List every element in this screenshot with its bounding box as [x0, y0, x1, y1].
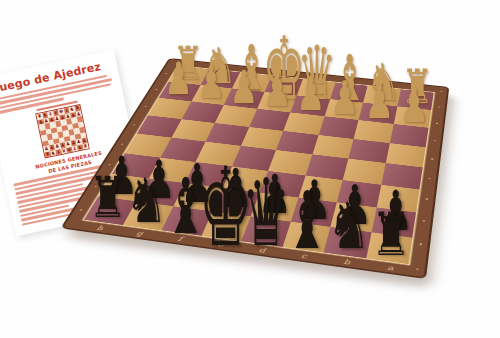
- nail-dot: [425, 198, 428, 200]
- piece-wP-a2[interactable]: ♟: [399, 82, 429, 129]
- diagram-square: ♜: [82, 143, 89, 150]
- piece-wP-c2[interactable]: ♟: [330, 75, 359, 121]
- leaflet-chess-diagram: ♜♞♝♛♚♝♞♜♟♟♟♟♟♟♟♟♟♟♟♟♟♟♟♟♜♞♝♛♚♝♞♜: [35, 104, 90, 159]
- piece-bB-c8[interactable]: ♝: [285, 183, 329, 262]
- piece-wP-e2[interactable]: ♟: [263, 68, 292, 114]
- nail-dot: [422, 220, 425, 222]
- piece-bN-g8[interactable]: ♞: [125, 170, 168, 232]
- piece-bR-a8[interactable]: ♜: [371, 205, 411, 264]
- nail-dot: [433, 140, 436, 142]
- nail-dot: [436, 123, 438, 124]
- piece-bN-b8[interactable]: ♞: [327, 196, 371, 260]
- nail-dot: [80, 209, 83, 211]
- piece-wP-b2[interactable]: ♟: [364, 78, 394, 125]
- nail-dot: [438, 106, 440, 107]
- piece-wP-g2[interactable]: ♟: [197, 61, 226, 106]
- piece-bQ-d8[interactable]: ♛: [242, 168, 291, 261]
- nail-dot: [440, 91, 442, 92]
- nail-dot: [419, 243, 422, 245]
- chess-set-product-photo: Juego de Ajedrez ♜♞♝♛♚♝♞♜♟♟♟♟♟♟♟♟♟♟♟♟♟♟♟…: [0, 0, 500, 338]
- nail-dot: [144, 106, 147, 107]
- nail-dot: [155, 89, 158, 90]
- nail-dot: [431, 158, 434, 160]
- piece-wP-f2[interactable]: ♟: [229, 65, 258, 111]
- piece-wP-h2[interactable]: ♟: [164, 58, 192, 103]
- nail-dot: [416, 268, 419, 270]
- piece-bR-h8[interactable]: ♜: [89, 169, 127, 225]
- nail-dot: [133, 124, 136, 125]
- nail-dot: [428, 177, 431, 179]
- piece-wP-d2[interactable]: ♟: [296, 71, 325, 117]
